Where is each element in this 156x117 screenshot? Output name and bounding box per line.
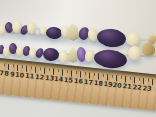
lower-strand-bead-cream (59, 50, 68, 63)
ruler-number-17: 17 (83, 79, 93, 87)
ruler-number-10: 10 (15, 72, 25, 80)
ruler-number-13: 13 (44, 75, 54, 83)
upper-strand-bead-cream (61, 26, 69, 37)
ruler-number-11: 11 (25, 73, 35, 81)
ruler-number-19: 19 (103, 81, 113, 89)
ruler-number-14: 14 (54, 76, 64, 84)
photo-necklace-on-ruler: 7891011121314151617181920212223 (0, 0, 156, 117)
ruler-number-15: 15 (64, 77, 74, 85)
lower-strand-bead-cream (128, 46, 141, 60)
ruler-number-8: 8 (4, 71, 9, 78)
ruler-number-12: 12 (34, 74, 44, 82)
ruler-number-20: 20 (113, 82, 123, 90)
upper-strand-bead-cream (126, 32, 140, 46)
ruler-number-22: 22 (132, 84, 142, 92)
ruler-number-21: 21 (123, 83, 133, 91)
ruler-number-23: 23 (142, 85, 152, 93)
ruler-number-16: 16 (74, 78, 84, 86)
ruler-number-18: 18 (93, 80, 103, 88)
